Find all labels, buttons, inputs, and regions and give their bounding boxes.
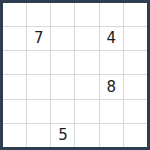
empty-cell-r5c3[interactable] xyxy=(75,124,98,147)
puzzle-board: 7485 xyxy=(0,0,150,150)
clue-cell-r3c4[interactable]: 8 xyxy=(100,75,123,98)
empty-cell-r2c5[interactable] xyxy=(124,51,147,74)
empty-cell-r4c2[interactable] xyxy=(51,100,74,123)
empty-cell-r5c1[interactable] xyxy=(27,124,50,147)
empty-cell-r4c5[interactable] xyxy=(124,100,147,123)
empty-cell-r4c0[interactable] xyxy=(3,100,26,123)
empty-cell-r2c0[interactable] xyxy=(3,51,26,74)
empty-cell-r0c2[interactable] xyxy=(51,3,74,26)
empty-cell-r3c5[interactable] xyxy=(124,75,147,98)
empty-cell-r1c5[interactable] xyxy=(124,27,147,50)
empty-cell-r3c1[interactable] xyxy=(27,75,50,98)
empty-cell-r2c2[interactable] xyxy=(51,51,74,74)
empty-cell-r5c4[interactable] xyxy=(100,124,123,147)
empty-cell-r0c4[interactable] xyxy=(100,3,123,26)
empty-cell-r0c1[interactable] xyxy=(27,3,50,26)
clue-cell-r1c1[interactable]: 7 xyxy=(27,27,50,50)
empty-cell-r3c3[interactable] xyxy=(75,75,98,98)
empty-cell-r0c3[interactable] xyxy=(75,3,98,26)
empty-cell-r0c0[interactable] xyxy=(3,3,26,26)
empty-cell-r3c0[interactable] xyxy=(3,75,26,98)
empty-cell-r2c1[interactable] xyxy=(27,51,50,74)
empty-cell-r4c4[interactable] xyxy=(100,100,123,123)
empty-cell-r4c1[interactable] xyxy=(27,100,50,123)
empty-cell-r2c3[interactable] xyxy=(75,51,98,74)
clue-cell-r1c4[interactable]: 4 xyxy=(100,27,123,50)
clue-cell-r5c2[interactable]: 5 xyxy=(51,124,74,147)
empty-cell-r5c5[interactable] xyxy=(124,124,147,147)
empty-cell-r1c3[interactable] xyxy=(75,27,98,50)
empty-cell-r3c2[interactable] xyxy=(51,75,74,98)
empty-cell-r0c5[interactable] xyxy=(124,3,147,26)
empty-cell-r2c4[interactable] xyxy=(100,51,123,74)
empty-cell-r4c3[interactable] xyxy=(75,100,98,123)
empty-cell-r1c0[interactable] xyxy=(3,27,26,50)
empty-cell-r5c0[interactable] xyxy=(3,124,26,147)
empty-cell-r1c2[interactable] xyxy=(51,27,74,50)
puzzle-grid: 7485 xyxy=(3,3,147,147)
